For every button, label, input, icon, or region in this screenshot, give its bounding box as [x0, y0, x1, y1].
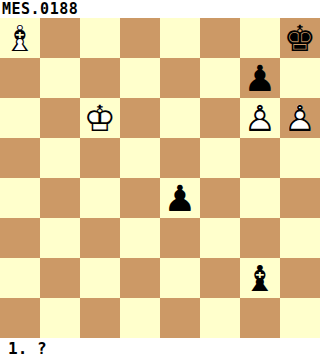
- square-g7: ♟: [240, 58, 280, 98]
- square-e4: ♟: [160, 178, 200, 218]
- square-e3: [160, 218, 200, 258]
- piece-black-pawn: ♟: [240, 58, 280, 98]
- square-d5: [120, 138, 160, 178]
- square-d7: [120, 58, 160, 98]
- piece-white-bishop: ♝♗: [0, 18, 40, 58]
- square-d3: [120, 218, 160, 258]
- square-h6: ♟♙: [280, 98, 320, 138]
- square-g4: [240, 178, 280, 218]
- square-e8: [160, 18, 200, 58]
- square-d2: [120, 258, 160, 298]
- square-f6: [200, 98, 240, 138]
- piece-black-king: ♚: [280, 18, 320, 58]
- square-b3: [40, 218, 80, 258]
- square-c1: [80, 298, 120, 338]
- square-c2: [80, 258, 120, 298]
- square-b5: [40, 138, 80, 178]
- square-d6: [120, 98, 160, 138]
- diagram-footer: 1. ?: [0, 338, 320, 360]
- square-h4: [280, 178, 320, 218]
- square-d4: [120, 178, 160, 218]
- square-h2: [280, 258, 320, 298]
- square-f2: [200, 258, 240, 298]
- square-a5: [0, 138, 40, 178]
- square-a1: [0, 298, 40, 338]
- square-f8: [200, 18, 240, 58]
- square-a4: [0, 178, 40, 218]
- square-h3: [280, 218, 320, 258]
- square-e7: [160, 58, 200, 98]
- square-e5: [160, 138, 200, 178]
- chess-board: ♝♗♚♟♚♔♟♙♟♙♟♝: [0, 18, 320, 338]
- piece-black-pawn: ♟: [160, 178, 200, 218]
- square-c8: [80, 18, 120, 58]
- square-b2: [40, 258, 80, 298]
- square-e1: [160, 298, 200, 338]
- square-a6: [0, 98, 40, 138]
- square-h1: [280, 298, 320, 338]
- piece-black-bishop: ♝: [240, 258, 280, 298]
- square-c6: ♚♔: [80, 98, 120, 138]
- square-c5: [80, 138, 120, 178]
- square-d1: [120, 298, 160, 338]
- square-c7: [80, 58, 120, 98]
- square-b6: [40, 98, 80, 138]
- square-h8: ♚: [280, 18, 320, 58]
- move-prompt: 1. ?: [0, 338, 47, 360]
- square-e2: [160, 258, 200, 298]
- square-a3: [0, 218, 40, 258]
- square-b1: [40, 298, 80, 338]
- square-f5: [200, 138, 240, 178]
- square-b4: [40, 178, 80, 218]
- square-d8: [120, 18, 160, 58]
- square-b7: [40, 58, 80, 98]
- square-h7: [280, 58, 320, 98]
- square-a2: [0, 258, 40, 298]
- square-g5: [240, 138, 280, 178]
- square-g1: [240, 298, 280, 338]
- piece-white-pawn: ♟♙: [280, 98, 320, 138]
- square-a7: [0, 58, 40, 98]
- square-g6: ♟♙: [240, 98, 280, 138]
- piece-white-king: ♚♔: [80, 98, 120, 138]
- square-f7: [200, 58, 240, 98]
- square-g2: ♝: [240, 258, 280, 298]
- square-g8: [240, 18, 280, 58]
- diagram-title: MES.0188: [0, 0, 78, 18]
- square-c4: [80, 178, 120, 218]
- square-b8: [40, 18, 80, 58]
- square-e6: [160, 98, 200, 138]
- square-h5: [280, 138, 320, 178]
- square-c3: [80, 218, 120, 258]
- square-f1: [200, 298, 240, 338]
- square-g3: [240, 218, 280, 258]
- diagram-header: MES.0188: [0, 0, 320, 18]
- square-f4: [200, 178, 240, 218]
- piece-white-pawn: ♟♙: [240, 98, 280, 138]
- chess-diagram: MES.0188 ♝♗♚♟♚♔♟♙♟♙♟♝ 1. ?: [0, 0, 320, 360]
- square-f3: [200, 218, 240, 258]
- square-a8: ♝♗: [0, 18, 40, 58]
